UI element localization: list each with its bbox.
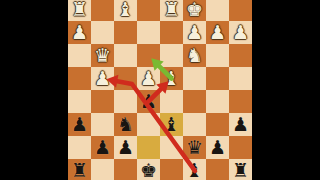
square-b3[interactable] — [206, 44, 229, 67]
black-pawn-e5[interactable]: ♟ — [140, 90, 157, 113]
square-a5[interactable] — [229, 90, 252, 113]
square-a7[interactable] — [229, 136, 252, 159]
white-pawn-b2[interactable]: ♟ — [209, 21, 226, 44]
square-b5[interactable] — [206, 90, 229, 113]
square-c2[interactable]: ♟ — [183, 21, 206, 44]
white-rook-h1[interactable]: ♜ — [71, 0, 88, 21]
square-d8[interactable] — [160, 159, 183, 180]
black-pawn-a6[interactable]: ♟ — [232, 113, 249, 136]
square-f5[interactable] — [114, 90, 137, 113]
chess-board: ♜♝♜♚♟♟♟♟♛♞♟♟♝♟♟♞♝♟♟♟♛♟♜♚♝♜ — [68, 0, 252, 180]
square-e3[interactable] — [137, 44, 160, 67]
square-c5[interactable] — [183, 90, 206, 113]
square-c3[interactable]: ♞ — [183, 44, 206, 67]
white-pawn-g4[interactable]: ♟ — [94, 67, 111, 90]
square-b1[interactable] — [206, 0, 229, 21]
square-g3[interactable]: ♛ — [91, 44, 114, 67]
black-bishop-d6[interactable]: ♝ — [163, 113, 180, 136]
square-d7[interactable] — [160, 136, 183, 159]
square-h6[interactable]: ♟ — [68, 113, 91, 136]
square-e2[interactable] — [137, 21, 160, 44]
square-b6[interactable] — [206, 113, 229, 136]
square-h2[interactable]: ♟ — [68, 21, 91, 44]
square-a3[interactable] — [229, 44, 252, 67]
square-d2[interactable] — [160, 21, 183, 44]
square-e8[interactable]: ♚ — [137, 159, 160, 180]
white-rook-d1[interactable]: ♜ — [163, 0, 180, 21]
square-e4[interactable]: ♟ — [137, 67, 160, 90]
black-pawn-g7[interactable]: ♟ — [94, 136, 111, 159]
square-e1[interactable] — [137, 0, 160, 21]
square-c6[interactable] — [183, 113, 206, 136]
square-g6[interactable] — [91, 113, 114, 136]
square-a8[interactable]: ♜ — [229, 159, 252, 180]
square-d6[interactable]: ♝ — [160, 113, 183, 136]
square-g7[interactable]: ♟ — [91, 136, 114, 159]
square-c1[interactable]: ♚ — [183, 0, 206, 21]
black-knight-f6[interactable]: ♞ — [117, 113, 134, 136]
square-g8[interactable] — [91, 159, 114, 180]
square-f7[interactable]: ♟ — [114, 136, 137, 159]
square-h8[interactable]: ♜ — [68, 159, 91, 180]
square-d4[interactable]: ♝ — [160, 67, 183, 90]
black-bishop-c8[interactable]: ♝ — [186, 159, 203, 180]
square-h7[interactable] — [68, 136, 91, 159]
square-a2[interactable]: ♟ — [229, 21, 252, 44]
white-king-c1[interactable]: ♚ — [186, 0, 203, 21]
square-f2[interactable] — [114, 21, 137, 44]
square-a4[interactable] — [229, 67, 252, 90]
white-knight-c3[interactable]: ♞ — [186, 44, 203, 67]
black-rook-a8[interactable]: ♜ — [232, 159, 249, 180]
square-d3[interactable] — [160, 44, 183, 67]
square-b2[interactable]: ♟ — [206, 21, 229, 44]
square-d5[interactable] — [160, 90, 183, 113]
square-g4[interactable]: ♟ — [91, 67, 114, 90]
square-f1[interactable]: ♝ — [114, 0, 137, 21]
square-h1[interactable]: ♜ — [68, 0, 91, 21]
square-g5[interactable] — [91, 90, 114, 113]
square-g1[interactable] — [91, 0, 114, 21]
white-pawn-h2[interactable]: ♟ — [71, 21, 88, 44]
square-e5[interactable]: ♟ — [137, 90, 160, 113]
square-d1[interactable]: ♜ — [160, 0, 183, 21]
square-h5[interactable] — [68, 90, 91, 113]
square-f3[interactable] — [114, 44, 137, 67]
square-h4[interactable] — [68, 67, 91, 90]
square-c4[interactable] — [183, 67, 206, 90]
square-g2[interactable] — [91, 21, 114, 44]
black-pawn-b7[interactable]: ♟ — [209, 136, 226, 159]
square-b8[interactable] — [206, 159, 229, 180]
square-e7[interactable] — [137, 136, 160, 159]
square-c8[interactable]: ♝ — [183, 159, 206, 180]
white-pawn-c2[interactable]: ♟ — [186, 21, 203, 44]
square-a1[interactable] — [229, 0, 252, 21]
letterbox-right — [252, 0, 320, 180]
black-pawn-f7[interactable]: ♟ — [117, 136, 134, 159]
square-f4[interactable] — [114, 67, 137, 90]
video-frame: ♜♝♜♚♟♟♟♟♛♞♟♟♝♟♟♞♝♟♟♟♛♟♜♚♝♜ — [0, 0, 320, 180]
square-b4[interactable] — [206, 67, 229, 90]
square-e6[interactable] — [137, 113, 160, 136]
white-bishop-f1[interactable]: ♝ — [117, 0, 134, 21]
square-a6[interactable]: ♟ — [229, 113, 252, 136]
black-queen-c7[interactable]: ♛ — [186, 136, 203, 159]
white-bishop-d4[interactable]: ♝ — [163, 67, 180, 90]
square-b7[interactable]: ♟ — [206, 136, 229, 159]
white-pawn-e4[interactable]: ♟ — [140, 67, 157, 90]
black-king-e8[interactable]: ♚ — [140, 159, 157, 180]
black-pawn-h6[interactable]: ♟ — [71, 113, 88, 136]
black-rook-h8[interactable]: ♜ — [71, 159, 88, 180]
square-f6[interactable]: ♞ — [114, 113, 137, 136]
letterbox-left — [0, 0, 68, 180]
square-f8[interactable] — [114, 159, 137, 180]
square-c7[interactable]: ♛ — [183, 136, 206, 159]
square-h3[interactable] — [68, 44, 91, 67]
white-queen-g3[interactable]: ♛ — [94, 44, 111, 67]
white-pawn-a2[interactable]: ♟ — [232, 21, 249, 44]
